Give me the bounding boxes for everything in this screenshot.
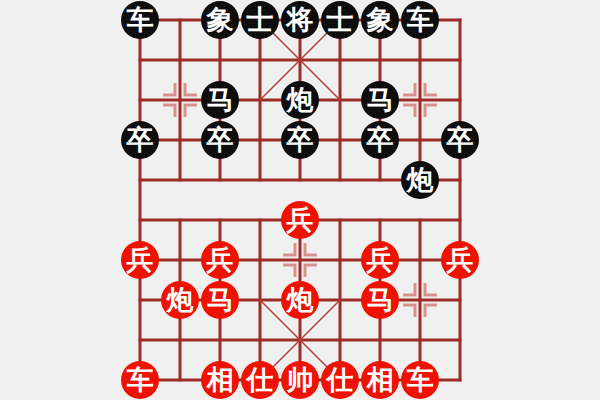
cell-b8[interactable]: [160, 80, 200, 120]
cell-e8[interactable]: 炮: [280, 80, 320, 120]
cell-b1[interactable]: [160, 360, 200, 400]
cell-h7[interactable]: [400, 120, 440, 160]
cell-f6[interactable]: [320, 160, 360, 200]
cell-d3[interactable]: [240, 280, 280, 320]
xiangqi-board: 车象士将士象车马炮马卒卒卒卒卒炮兵兵兵兵兵炮马炮马车相仕帅仕相车: [0, 0, 600, 400]
red-soldier[interactable]: 兵: [281, 201, 319, 239]
cell-c5[interactable]: [200, 200, 240, 240]
cell-d4[interactable]: [240, 240, 280, 280]
cell-b2[interactable]: [160, 320, 200, 360]
red-soldier[interactable]: 兵: [361, 241, 399, 279]
cell-a3[interactable]: [120, 280, 160, 320]
cell-a7[interactable]: 卒: [120, 120, 160, 160]
black-horse[interactable]: 马: [361, 81, 399, 119]
black-soldier[interactable]: 卒: [201, 121, 239, 159]
cell-b9[interactable]: [160, 40, 200, 80]
black-advisor[interactable]: 士: [241, 1, 279, 39]
black-cannon[interactable]: 炮: [401, 161, 439, 199]
cell-i5[interactable]: [440, 200, 480, 240]
black-advisor[interactable]: 士: [321, 1, 359, 39]
red-cannon[interactable]: 炮: [281, 281, 319, 319]
cell-d10[interactable]: 士: [240, 0, 280, 40]
cell-i6[interactable]: [440, 160, 480, 200]
cell-c2[interactable]: [200, 320, 240, 360]
cell-h3[interactable]: [400, 280, 440, 320]
cell-i8[interactable]: [440, 80, 480, 120]
cell-h4[interactable]: [400, 240, 440, 280]
black-chariot[interactable]: 车: [121, 1, 159, 39]
cell-d1[interactable]: 仕: [240, 360, 280, 400]
cell-i10[interactable]: [440, 0, 480, 40]
red-advisor[interactable]: 仕: [321, 361, 359, 399]
cell-d7[interactable]: [240, 120, 280, 160]
cell-e5[interactable]: 兵: [280, 200, 320, 240]
cell-f2[interactable]: [320, 320, 360, 360]
cell-b4[interactable]: [160, 240, 200, 280]
cell-h1[interactable]: 车: [400, 360, 440, 400]
black-soldier[interactable]: 卒: [121, 121, 159, 159]
cell-e6[interactable]: [280, 160, 320, 200]
cell-a4[interactable]: 兵: [120, 240, 160, 280]
black-soldier[interactable]: 卒: [361, 121, 399, 159]
red-soldier[interactable]: 兵: [441, 241, 479, 279]
cell-d2[interactable]: [240, 320, 280, 360]
red-advisor[interactable]: 仕: [241, 361, 279, 399]
cell-f1[interactable]: 仕: [320, 360, 360, 400]
red-soldier[interactable]: 兵: [201, 241, 239, 279]
cell-h8[interactable]: [400, 80, 440, 120]
cell-b5[interactable]: [160, 200, 200, 240]
cell-e7[interactable]: 卒: [280, 120, 320, 160]
cell-c1[interactable]: 相: [200, 360, 240, 400]
cell-f9[interactable]: [320, 40, 360, 80]
red-horse[interactable]: 马: [201, 281, 239, 319]
cell-c8[interactable]: 马: [200, 80, 240, 120]
red-horse[interactable]: 马: [361, 281, 399, 319]
cell-f10[interactable]: 士: [320, 0, 360, 40]
cell-b6[interactable]: [160, 160, 200, 200]
cell-i4[interactable]: 兵: [440, 240, 480, 280]
cell-i9[interactable]: [440, 40, 480, 80]
red-cannon[interactable]: 炮: [161, 281, 199, 319]
cell-a8[interactable]: [120, 80, 160, 120]
cell-a5[interactable]: [120, 200, 160, 240]
black-soldier[interactable]: 卒: [441, 121, 479, 159]
black-elephant[interactable]: 象: [361, 1, 399, 39]
cell-c4[interactable]: 兵: [200, 240, 240, 280]
red-elephant[interactable]: 相: [361, 361, 399, 399]
cell-e1[interactable]: 帅: [280, 360, 320, 400]
red-soldier[interactable]: 兵: [121, 241, 159, 279]
black-general[interactable]: 将: [281, 1, 319, 39]
cell-i7[interactable]: 卒: [440, 120, 480, 160]
cell-a2[interactable]: [120, 320, 160, 360]
cell-g9[interactable]: [360, 40, 400, 80]
cell-i2[interactable]: [440, 320, 480, 360]
cell-c10[interactable]: 象: [200, 0, 240, 40]
cell-h2[interactable]: [400, 320, 440, 360]
cell-g1[interactable]: 相: [360, 360, 400, 400]
cell-f4[interactable]: [320, 240, 360, 280]
red-general[interactable]: 帅: [281, 361, 319, 399]
cell-b3[interactable]: 炮: [160, 280, 200, 320]
cell-e9[interactable]: [280, 40, 320, 80]
black-soldier[interactable]: 卒: [281, 121, 319, 159]
cell-i1[interactable]: [440, 360, 480, 400]
cell-d8[interactable]: [240, 80, 280, 120]
cell-a1[interactable]: 车: [120, 360, 160, 400]
cell-d6[interactable]: [240, 160, 280, 200]
cell-c9[interactable]: [200, 40, 240, 80]
cell-g2[interactable]: [360, 320, 400, 360]
black-cannon[interactable]: 炮: [281, 81, 319, 119]
cell-a6[interactable]: [120, 160, 160, 200]
black-elephant[interactable]: 象: [201, 1, 239, 39]
cell-g3[interactable]: 马: [360, 280, 400, 320]
cell-g8[interactable]: 马: [360, 80, 400, 120]
cell-e3[interactable]: 炮: [280, 280, 320, 320]
cell-g4[interactable]: 兵: [360, 240, 400, 280]
cell-f5[interactable]: [320, 200, 360, 240]
cell-h5[interactable]: [400, 200, 440, 240]
cell-e4[interactable]: [280, 240, 320, 280]
cell-c3[interactable]: 马: [200, 280, 240, 320]
cell-f8[interactable]: [320, 80, 360, 120]
cell-a10[interactable]: 车: [120, 0, 160, 40]
board-intersections: 车象士将士象车马炮马卒卒卒卒卒炮兵兵兵兵兵炮马炮马车相仕帅仕相车: [120, 0, 480, 400]
cell-g10[interactable]: 象: [360, 0, 400, 40]
cell-f7[interactable]: [320, 120, 360, 160]
cell-d9[interactable]: [240, 40, 280, 80]
red-chariot[interactable]: 车: [401, 361, 439, 399]
cell-h6[interactable]: 炮: [400, 160, 440, 200]
black-chariot[interactable]: 车: [401, 1, 439, 39]
cell-g7[interactable]: 卒: [360, 120, 400, 160]
cell-c6[interactable]: [200, 160, 240, 200]
cell-b7[interactable]: [160, 120, 200, 160]
cell-d5[interactable]: [240, 200, 280, 240]
cell-h9[interactable]: [400, 40, 440, 80]
cell-e10[interactable]: 将: [280, 0, 320, 40]
black-horse[interactable]: 马: [201, 81, 239, 119]
cell-g5[interactable]: [360, 200, 400, 240]
cell-c7[interactable]: 卒: [200, 120, 240, 160]
cell-i3[interactable]: [440, 280, 480, 320]
red-elephant[interactable]: 相: [201, 361, 239, 399]
cell-f3[interactable]: [320, 280, 360, 320]
cell-a9[interactable]: [120, 40, 160, 80]
red-chariot[interactable]: 车: [121, 361, 159, 399]
cell-h10[interactable]: 车: [400, 0, 440, 40]
cell-e2[interactable]: [280, 320, 320, 360]
cell-b10[interactable]: [160, 0, 200, 40]
cell-g6[interactable]: [360, 160, 400, 200]
